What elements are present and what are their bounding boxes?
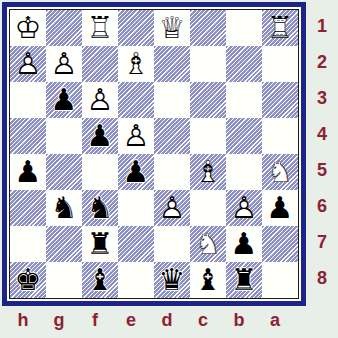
square-d4[interactable] (154, 118, 190, 154)
square-h3[interactable] (10, 82, 46, 118)
square-a2[interactable] (262, 46, 298, 82)
square-a5[interactable]: ♞♘ (262, 154, 298, 190)
file-label-h: h (5, 306, 41, 336)
square-f2[interactable] (82, 46, 118, 82)
square-g4[interactable] (46, 118, 82, 154)
square-g1[interactable] (46, 10, 82, 46)
square-e8[interactable] (118, 262, 154, 298)
chess-board: ♚♔♜♖♛♕♜♖♟♙♟♙♝♗♟♟♙♟♟♙♟♟♝♗♞♘♞♞♟♙♟♙♟♜♞♘♟♚♝♛… (9, 9, 299, 299)
piece-bR-f7: ♜ (82, 226, 118, 262)
rank-labels: 12345678 (306, 8, 338, 296)
square-a1[interactable]: ♜♖ (262, 10, 298, 46)
square-b4[interactable] (226, 118, 262, 154)
piece-bB-c8: ♝ (190, 262, 226, 298)
square-a3[interactable] (262, 82, 298, 118)
square-g5[interactable] (46, 154, 82, 190)
square-b5[interactable] (226, 154, 262, 190)
piece-bN-g6: ♞ (46, 190, 82, 226)
square-h4[interactable] (10, 118, 46, 154)
square-c8[interactable]: ♝ (190, 262, 226, 298)
piece-wN-c7: ♞♘ (190, 226, 226, 262)
square-g8[interactable] (46, 262, 82, 298)
square-e7[interactable] (118, 226, 154, 262)
piece-bK-h8: ♚ (10, 262, 46, 298)
file-labels: hgfedcba (5, 306, 293, 336)
square-c2[interactable] (190, 46, 226, 82)
piece-outline: ♘ (195, 226, 222, 262)
square-f1[interactable]: ♜♖ (82, 10, 118, 46)
piece-outline: ♔ (15, 10, 42, 46)
square-f6[interactable]: ♞ (82, 190, 118, 226)
piece-bP-g3: ♟ (46, 82, 82, 118)
square-e6[interactable] (118, 190, 154, 226)
square-g3[interactable]: ♟ (46, 82, 82, 118)
square-h6[interactable] (10, 190, 46, 226)
rank-label-1: 1 (306, 8, 338, 44)
square-e1[interactable] (118, 10, 154, 46)
square-d7[interactable] (154, 226, 190, 262)
square-f8[interactable]: ♝ (82, 262, 118, 298)
square-e5[interactable]: ♟ (118, 154, 154, 190)
square-b7[interactable]: ♟ (226, 226, 262, 262)
piece-outline: ♖ (267, 10, 294, 46)
piece-wK-h1: ♚♔ (10, 10, 46, 46)
rank-label-3: 3 (306, 80, 338, 116)
rank-label-4: 4 (306, 116, 338, 152)
piece-bQ-d8: ♛ (154, 262, 190, 298)
square-e4[interactable]: ♟♙ (118, 118, 154, 154)
piece-wB-e2: ♝♗ (118, 46, 154, 82)
piece-wP-f3: ♟♙ (82, 82, 118, 118)
piece-wP-e4: ♟♙ (118, 118, 154, 154)
piece-outline: ♙ (159, 190, 186, 226)
square-e2[interactable]: ♝♗ (118, 46, 154, 82)
file-label-f: f (77, 306, 113, 336)
square-h1[interactable]: ♚♔ (10, 10, 46, 46)
board-frame: ♚♔♜♖♛♕♜♖♟♙♟♙♝♗♟♟♙♟♟♙♟♟♝♗♞♘♞♞♟♙♟♙♟♜♞♘♟♚♝♛… (2, 2, 306, 306)
piece-wP-g2: ♟♙ (46, 46, 82, 82)
piece-wR-a1: ♜♖ (262, 10, 298, 46)
piece-wR-f1: ♜♖ (82, 10, 118, 46)
piece-bB-f8: ♝ (82, 262, 118, 298)
piece-outline: ♙ (51, 46, 78, 82)
piece-wB-c5: ♝♗ (190, 154, 226, 190)
piece-outline: ♙ (231, 190, 258, 226)
square-c4[interactable] (190, 118, 226, 154)
piece-wP-d6: ♟♙ (154, 190, 190, 226)
file-label-a: a (257, 306, 293, 336)
square-d5[interactable] (154, 154, 190, 190)
piece-bP-e5: ♟ (118, 154, 154, 190)
rank-label-6: 6 (306, 188, 338, 224)
piece-outline: ♙ (87, 82, 114, 118)
piece-wP-b6: ♟♙ (226, 190, 262, 226)
square-f4[interactable]: ♟ (82, 118, 118, 154)
file-label-c: c (185, 306, 221, 336)
square-h8[interactable]: ♚ (10, 262, 46, 298)
square-c6[interactable] (190, 190, 226, 226)
square-c3[interactable] (190, 82, 226, 118)
square-f5[interactable] (82, 154, 118, 190)
square-d6[interactable]: ♟♙ (154, 190, 190, 226)
rank-label-2: 2 (306, 44, 338, 80)
square-g7[interactable] (46, 226, 82, 262)
piece-wP-h2: ♟♙ (10, 46, 46, 82)
square-h7[interactable] (10, 226, 46, 262)
rank-label-7: 7 (306, 224, 338, 260)
square-f7[interactable]: ♜ (82, 226, 118, 262)
piece-outline: ♖ (87, 10, 114, 46)
piece-wQ-d1: ♛♕ (154, 10, 190, 46)
piece-wN-a5: ♞♘ (262, 154, 298, 190)
square-b8[interactable]: ♜ (226, 262, 262, 298)
piece-outline: ♗ (195, 154, 222, 190)
piece-outline: ♘ (267, 154, 294, 190)
piece-bP-a6: ♟ (262, 190, 298, 226)
piece-bR-b8: ♜ (226, 262, 262, 298)
file-label-d: d (149, 306, 185, 336)
piece-outline: ♙ (123, 118, 150, 154)
square-a4[interactable] (262, 118, 298, 154)
piece-bP-b7: ♟ (226, 226, 262, 262)
square-h5[interactable]: ♟ (10, 154, 46, 190)
square-a6[interactable]: ♟ (262, 190, 298, 226)
square-h2[interactable]: ♟♙ (10, 46, 46, 82)
square-e3[interactable] (118, 82, 154, 118)
square-c5[interactable]: ♝♗ (190, 154, 226, 190)
square-c1[interactable] (190, 10, 226, 46)
file-label-b: b (221, 306, 257, 336)
piece-bN-f6: ♞ (82, 190, 118, 226)
square-d3[interactable] (154, 82, 190, 118)
chess-diagram: ♚♔♜♖♛♕♜♖♟♙♟♙♝♗♟♟♙♟♟♙♟♟♝♗♞♘♞♞♟♙♟♙♟♜♞♘♟♚♝♛… (0, 0, 338, 338)
square-d2[interactable] (154, 46, 190, 82)
square-a8[interactable] (262, 262, 298, 298)
square-g6[interactable]: ♞ (46, 190, 82, 226)
piece-outline: ♕ (159, 10, 186, 46)
file-label-g: g (41, 306, 77, 336)
square-b1[interactable] (226, 10, 262, 46)
square-d8[interactable]: ♛ (154, 262, 190, 298)
square-f3[interactable]: ♟♙ (82, 82, 118, 118)
square-d1[interactable]: ♛♕ (154, 10, 190, 46)
square-b6[interactable]: ♟♙ (226, 190, 262, 226)
square-b3[interactable] (226, 82, 262, 118)
rank-label-8: 8 (306, 260, 338, 296)
piece-outline: ♙ (15, 46, 42, 82)
file-label-e: e (113, 306, 149, 336)
piece-bP-h5: ♟ (10, 154, 46, 190)
square-g2[interactable]: ♟♙ (46, 46, 82, 82)
rank-label-5: 5 (306, 152, 338, 188)
piece-outline: ♗ (123, 46, 150, 82)
square-b2[interactable] (226, 46, 262, 82)
piece-bP-f4: ♟ (82, 118, 118, 154)
square-a7[interactable] (262, 226, 298, 262)
square-c7[interactable]: ♞♘ (190, 226, 226, 262)
